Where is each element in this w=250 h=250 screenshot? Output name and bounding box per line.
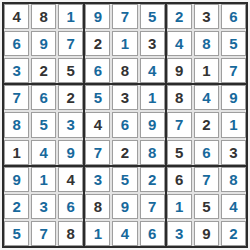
box-2-1: 762853149 [4, 85, 83, 164]
cell-r5c6[interactable]: 9 [140, 112, 165, 137]
cell-r4c9[interactable]: 9 [221, 85, 246, 110]
cell-r3c3[interactable]: 5 [58, 58, 83, 83]
cell-r1c7[interactable]: 2 [167, 4, 192, 29]
cell-r6c9[interactable]: 3 [221, 140, 246, 165]
cell-r1c8[interactable]: 3 [194, 4, 219, 29]
cell-r8c3[interactable]: 6 [58, 194, 83, 219]
cell-r2c2[interactable]: 9 [31, 31, 56, 56]
cell-r9c8[interactable]: 9 [194, 221, 219, 246]
cell-r5c2[interactable]: 5 [31, 112, 56, 137]
box-3-3: 678154392 [167, 167, 246, 246]
cell-r2c4[interactable]: 2 [85, 31, 110, 56]
cell-r9c6[interactable]: 6 [140, 221, 165, 246]
cell-r6c1[interactable]: 1 [4, 140, 29, 165]
cell-r4c7[interactable]: 8 [167, 85, 192, 110]
cell-r1c5[interactable]: 7 [112, 4, 137, 29]
cell-r6c2[interactable]: 4 [31, 140, 56, 165]
cell-r6c5[interactable]: 2 [112, 140, 137, 165]
cell-r8c9[interactable]: 4 [221, 194, 246, 219]
cell-r8c6[interactable]: 7 [140, 194, 165, 219]
cell-r2c3[interactable]: 7 [58, 31, 83, 56]
cell-r7c2[interactable]: 1 [31, 167, 56, 192]
box-3-2: 352897146 [85, 167, 164, 246]
cell-r5c3[interactable]: 3 [58, 112, 83, 137]
cell-r9c2[interactable]: 7 [31, 221, 56, 246]
sudoku-board: 4816973259752136842364859177628531495314… [2, 2, 248, 248]
cell-r9c4[interactable]: 1 [85, 221, 110, 246]
cell-r3c6[interactable]: 4 [140, 58, 165, 83]
cell-r8c7[interactable]: 1 [167, 194, 192, 219]
cell-r1c2[interactable]: 8 [31, 4, 56, 29]
cell-r7c9[interactable]: 8 [221, 167, 246, 192]
cell-r1c9[interactable]: 6 [221, 4, 246, 29]
cell-r1c4[interactable]: 9 [85, 4, 110, 29]
cell-r2c1[interactable]: 6 [4, 31, 29, 56]
cell-r8c8[interactable]: 5 [194, 194, 219, 219]
cell-r8c4[interactable]: 8 [85, 194, 110, 219]
cell-r7c7[interactable]: 6 [167, 167, 192, 192]
cell-r5c9[interactable]: 1 [221, 112, 246, 137]
cell-r1c6[interactable]: 5 [140, 4, 165, 29]
cell-r6c6[interactable]: 8 [140, 140, 165, 165]
cell-r8c2[interactable]: 3 [31, 194, 56, 219]
cell-r3c1[interactable]: 3 [4, 58, 29, 83]
cell-r7c3[interactable]: 4 [58, 167, 83, 192]
cell-r4c6[interactable]: 1 [140, 85, 165, 110]
cell-r6c8[interactable]: 6 [194, 140, 219, 165]
cell-r9c5[interactable]: 4 [112, 221, 137, 246]
cell-r1c1[interactable]: 4 [4, 4, 29, 29]
cell-r2c5[interactable]: 1 [112, 31, 137, 56]
cell-r4c5[interactable]: 3 [112, 85, 137, 110]
cell-r9c3[interactable]: 8 [58, 221, 83, 246]
cell-r5c5[interactable]: 6 [112, 112, 137, 137]
cell-r4c4[interactable]: 5 [85, 85, 110, 110]
cell-r2c8[interactable]: 8 [194, 31, 219, 56]
box-2-2: 531469728 [85, 85, 164, 164]
cell-r1c3[interactable]: 1 [58, 4, 83, 29]
cell-r2c7[interactable]: 4 [167, 31, 192, 56]
cell-r6c7[interactable]: 5 [167, 140, 192, 165]
box-3-1: 914236578 [4, 167, 83, 246]
cell-r4c2[interactable]: 6 [31, 85, 56, 110]
cell-r8c1[interactable]: 2 [4, 194, 29, 219]
cell-r4c1[interactable]: 7 [4, 85, 29, 110]
box-1-3: 236485917 [167, 4, 246, 83]
cell-r5c4[interactable]: 4 [85, 112, 110, 137]
cell-r7c6[interactable]: 2 [140, 167, 165, 192]
box-1-2: 975213684 [85, 4, 164, 83]
cell-r3c4[interactable]: 6 [85, 58, 110, 83]
cell-r3c8[interactable]: 1 [194, 58, 219, 83]
cell-r2c6[interactable]: 3 [140, 31, 165, 56]
cell-r4c8[interactable]: 4 [194, 85, 219, 110]
cell-r9c7[interactable]: 3 [167, 221, 192, 246]
cell-r9c1[interactable]: 5 [4, 221, 29, 246]
cell-r3c5[interactable]: 8 [112, 58, 137, 83]
cell-r7c5[interactable]: 5 [112, 167, 137, 192]
cell-r5c8[interactable]: 2 [194, 112, 219, 137]
box-1-1: 481697325 [4, 4, 83, 83]
cell-r9c9[interactable]: 2 [221, 221, 246, 246]
cell-r6c4[interactable]: 7 [85, 140, 110, 165]
cell-r6c3[interactable]: 9 [58, 140, 83, 165]
cell-r8c5[interactable]: 9 [112, 194, 137, 219]
cell-r7c4[interactable]: 3 [85, 167, 110, 192]
cell-r7c1[interactable]: 9 [4, 167, 29, 192]
cell-r5c1[interactable]: 8 [4, 112, 29, 137]
cell-r7c8[interactable]: 7 [194, 167, 219, 192]
cell-r5c7[interactable]: 7 [167, 112, 192, 137]
box-2-3: 849721563 [167, 85, 246, 164]
cell-r3c7[interactable]: 9 [167, 58, 192, 83]
cell-r4c3[interactable]: 2 [58, 85, 83, 110]
cell-r3c9[interactable]: 7 [221, 58, 246, 83]
cell-r2c9[interactable]: 5 [221, 31, 246, 56]
cell-r3c2[interactable]: 2 [31, 58, 56, 83]
